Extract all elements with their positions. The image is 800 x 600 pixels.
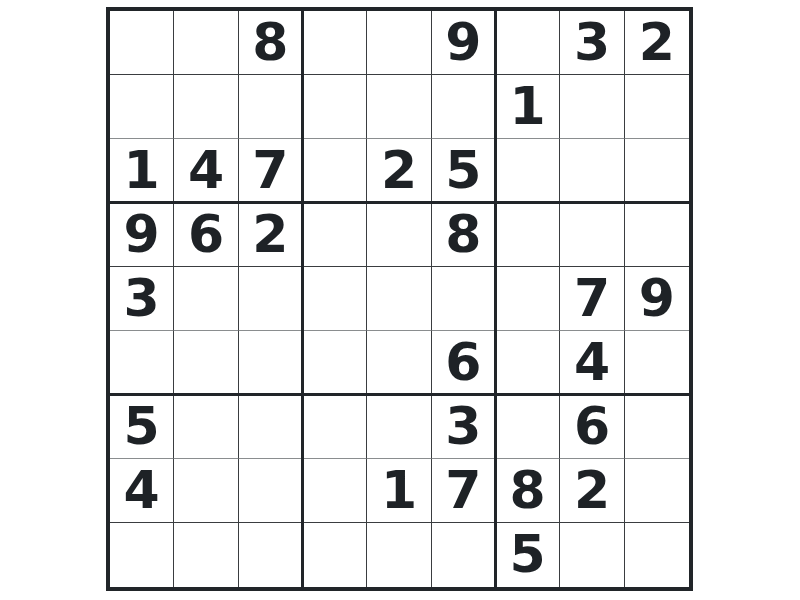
given-digit: 4 bbox=[188, 144, 224, 196]
cell-r5c7[interactable] bbox=[496, 267, 560, 331]
given-digit: 5 bbox=[510, 528, 546, 580]
cell-r1c4[interactable] bbox=[303, 11, 367, 75]
given-digit: 7 bbox=[252, 144, 288, 196]
cell-r3c4[interactable] bbox=[303, 139, 367, 203]
cell-r8c9[interactable] bbox=[625, 459, 689, 523]
cell-r4c5[interactable] bbox=[367, 203, 431, 267]
cell-r6c7[interactable] bbox=[496, 331, 560, 395]
box-separator-horizontal-top bbox=[110, 201, 689, 204]
cell-r5c8[interactable]: 7 bbox=[560, 267, 624, 331]
cell-r2c6[interactable] bbox=[432, 75, 496, 139]
cell-r8c2[interactable] bbox=[174, 459, 238, 523]
cell-r2c2[interactable] bbox=[174, 75, 238, 139]
given-digit: 8 bbox=[252, 16, 288, 68]
cell-r3c3[interactable]: 7 bbox=[239, 139, 303, 203]
given-digit: 5 bbox=[445, 144, 481, 196]
cell-r1c9[interactable]: 2 bbox=[625, 11, 689, 75]
given-digit: 8 bbox=[445, 208, 481, 260]
cell-r8c4[interactable] bbox=[303, 459, 367, 523]
given-digit: 1 bbox=[381, 464, 417, 516]
cell-r6c5[interactable] bbox=[367, 331, 431, 395]
cell-r6c4[interactable] bbox=[303, 331, 367, 395]
given-digit: 2 bbox=[381, 144, 417, 196]
cell-r1c2[interactable] bbox=[174, 11, 238, 75]
cell-r4c6[interactable]: 8 bbox=[432, 203, 496, 267]
given-digit: 9 bbox=[445, 16, 481, 68]
cell-r3c6[interactable]: 5 bbox=[432, 139, 496, 203]
box-separator-vertical-left bbox=[301, 11, 304, 587]
cell-r1c5[interactable] bbox=[367, 11, 431, 75]
cell-r2c5[interactable] bbox=[367, 75, 431, 139]
cell-r8c1[interactable]: 4 bbox=[110, 459, 174, 523]
box-separator-horizontal-bottom bbox=[110, 393, 689, 396]
cell-r1c6[interactable]: 9 bbox=[432, 11, 496, 75]
cell-r5c1[interactable]: 3 bbox=[110, 267, 174, 331]
given-digit: 7 bbox=[445, 464, 481, 516]
cell-r2c8[interactable] bbox=[560, 75, 624, 139]
given-digit: 4 bbox=[574, 336, 610, 388]
cell-r9c4[interactable] bbox=[303, 523, 367, 587]
cell-r8c3[interactable] bbox=[239, 459, 303, 523]
cell-r3c1[interactable]: 1 bbox=[110, 139, 174, 203]
cell-r8c6[interactable]: 7 bbox=[432, 459, 496, 523]
box-separator-vertical-right bbox=[494, 11, 497, 587]
given-digit: 1 bbox=[124, 144, 160, 196]
cell-r4c2[interactable]: 6 bbox=[174, 203, 238, 267]
cell-r6c3[interactable] bbox=[239, 331, 303, 395]
sudoku-grid: 8932114725962837964536417825 bbox=[110, 11, 689, 587]
given-digit: 4 bbox=[124, 464, 160, 516]
cell-r7c8[interactable]: 6 bbox=[560, 395, 624, 459]
given-digit: 6 bbox=[188, 208, 224, 260]
cell-r7c5[interactable] bbox=[367, 395, 431, 459]
cell-r1c8[interactable]: 3 bbox=[560, 11, 624, 75]
cell-r9c7[interactable]: 5 bbox=[496, 523, 560, 587]
given-digit: 2 bbox=[574, 464, 610, 516]
cell-r7c7[interactable] bbox=[496, 395, 560, 459]
cell-r5c5[interactable] bbox=[367, 267, 431, 331]
cell-r3c5[interactable]: 2 bbox=[367, 139, 431, 203]
cell-r4c3[interactable]: 2 bbox=[239, 203, 303, 267]
given-digit: 7 bbox=[574, 272, 610, 324]
given-digit: 5 bbox=[124, 400, 160, 452]
cell-r4c7[interactable] bbox=[496, 203, 560, 267]
cell-r3c8[interactable] bbox=[560, 139, 624, 203]
cell-r6c1[interactable] bbox=[110, 331, 174, 395]
cell-r1c1[interactable] bbox=[110, 11, 174, 75]
given-digit: 9 bbox=[639, 272, 675, 324]
cell-r5c9[interactable]: 9 bbox=[625, 267, 689, 331]
cell-r1c3[interactable]: 8 bbox=[239, 11, 303, 75]
cell-r7c2[interactable] bbox=[174, 395, 238, 459]
cell-r8c7[interactable]: 8 bbox=[496, 459, 560, 523]
given-digit: 3 bbox=[445, 400, 481, 452]
given-digit: 8 bbox=[510, 464, 546, 516]
cell-r2c9[interactable] bbox=[625, 75, 689, 139]
given-digit: 9 bbox=[124, 208, 160, 260]
cell-r2c1[interactable] bbox=[110, 75, 174, 139]
given-digit: 2 bbox=[252, 208, 288, 260]
cell-r3c2[interactable]: 4 bbox=[174, 139, 238, 203]
cell-r8c8[interactable]: 2 bbox=[560, 459, 624, 523]
cell-r1c7[interactable] bbox=[496, 11, 560, 75]
cell-r4c4[interactable] bbox=[303, 203, 367, 267]
cell-r7c1[interactable]: 5 bbox=[110, 395, 174, 459]
cell-r4c1[interactable]: 9 bbox=[110, 203, 174, 267]
given-digit: 3 bbox=[574, 16, 610, 68]
cell-r3c7[interactable] bbox=[496, 139, 560, 203]
cell-r7c6[interactable]: 3 bbox=[432, 395, 496, 459]
cell-r5c6[interactable] bbox=[432, 267, 496, 331]
cell-r6c6[interactable]: 6 bbox=[432, 331, 496, 395]
given-digit: 2 bbox=[639, 16, 675, 68]
cell-r5c3[interactable] bbox=[239, 267, 303, 331]
cell-r2c3[interactable] bbox=[239, 75, 303, 139]
cell-r7c4[interactable] bbox=[303, 395, 367, 459]
cell-r3c9[interactable] bbox=[625, 139, 689, 203]
cell-r8c5[interactable]: 1 bbox=[367, 459, 431, 523]
cell-r2c4[interactable] bbox=[303, 75, 367, 139]
cell-r7c3[interactable] bbox=[239, 395, 303, 459]
given-digit: 6 bbox=[574, 400, 610, 452]
cell-r6c2[interactable] bbox=[174, 331, 238, 395]
cell-r7c9[interactable] bbox=[625, 395, 689, 459]
given-digit: 1 bbox=[510, 80, 546, 132]
cell-r9c3[interactable] bbox=[239, 523, 303, 587]
cell-r9c8[interactable] bbox=[560, 523, 624, 587]
cell-r9c2[interactable] bbox=[174, 523, 238, 587]
cell-r4c8[interactable] bbox=[560, 203, 624, 267]
cell-r9c1[interactable] bbox=[110, 523, 174, 587]
cell-r9c9[interactable] bbox=[625, 523, 689, 587]
cell-r6c8[interactable]: 4 bbox=[560, 331, 624, 395]
cell-r2c7[interactable]: 1 bbox=[496, 75, 560, 139]
cell-r5c2[interactable] bbox=[174, 267, 238, 331]
sudoku-board: 8932114725962837964536417825 bbox=[106, 7, 693, 591]
given-digit: 6 bbox=[445, 336, 481, 388]
cell-r4c9[interactable] bbox=[625, 203, 689, 267]
cell-r5c4[interactable] bbox=[303, 267, 367, 331]
given-digit: 3 bbox=[124, 272, 160, 324]
cell-r6c9[interactable] bbox=[625, 331, 689, 395]
cell-r9c6[interactable] bbox=[432, 523, 496, 587]
cell-r9c5[interactable] bbox=[367, 523, 431, 587]
